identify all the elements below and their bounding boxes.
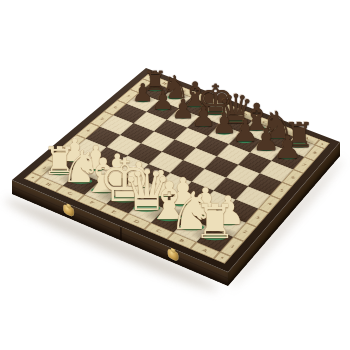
chess-board: HGFEDCBA8877665544332211HGFEDCBA <box>12 68 340 272</box>
board-grid: HGFEDCBA8877665544332211HGFEDCBA <box>12 68 340 272</box>
box-fold-seam <box>120 227 121 241</box>
chess-set-photo: HGFEDCBA8877665544332211HGFEDCBA ♜♞♝♛♚♝♞… <box>0 0 350 350</box>
